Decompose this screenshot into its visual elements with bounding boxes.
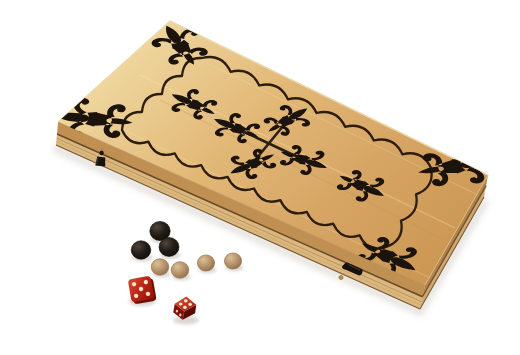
light-checker[interactable] — [224, 253, 241, 269]
backgammon-case — [50, 19, 502, 309]
dark-checker[interactable] — [159, 238, 179, 257]
dark-checker[interactable] — [131, 241, 151, 259]
backgammon-set-photo — [0, 0, 520, 355]
light-checker[interactable] — [197, 255, 214, 271]
die[interactable] — [128, 275, 157, 304]
light-checker[interactable] — [151, 259, 169, 276]
brass-screw — [339, 275, 343, 279]
loose-pieces — [128, 221, 244, 324]
light-checker[interactable] — [171, 262, 189, 279]
